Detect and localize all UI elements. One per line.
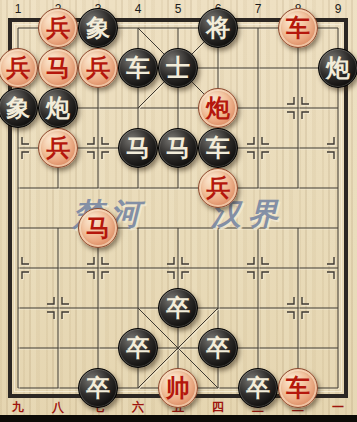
- board-point[interactable]: [238, 328, 278, 368]
- piece-black-cannon[interactable]: 炮: [38, 88, 78, 128]
- board-point[interactable]: [158, 208, 198, 248]
- piece-red-horse[interactable]: 马: [78, 208, 118, 248]
- piece-black-general[interactable]: 将: [198, 8, 238, 48]
- piece-red-horse[interactable]: 马: [38, 48, 78, 88]
- board-point[interactable]: 车: [198, 128, 238, 168]
- board-point[interactable]: [38, 248, 78, 288]
- board-point[interactable]: 卒: [238, 368, 278, 408]
- board-point[interactable]: [198, 208, 238, 248]
- board-point[interactable]: [0, 128, 38, 168]
- board-point[interactable]: [318, 88, 357, 128]
- board-point[interactable]: [238, 88, 278, 128]
- piece-red-chariot[interactable]: 车: [278, 8, 318, 48]
- board-point[interactable]: [238, 128, 278, 168]
- board-point[interactable]: [318, 8, 357, 48]
- board-point[interactable]: [38, 288, 78, 328]
- piece-black-elephant[interactable]: 象: [78, 8, 118, 48]
- board-point[interactable]: [278, 88, 318, 128]
- board-point[interactable]: [278, 48, 318, 88]
- board-point[interactable]: [158, 328, 198, 368]
- board-point[interactable]: [0, 8, 38, 48]
- board-point[interactable]: [198, 48, 238, 88]
- board-point[interactable]: 马: [38, 48, 78, 88]
- piece-black-horse[interactable]: 马: [158, 128, 198, 168]
- board-point[interactable]: 卒: [158, 288, 198, 328]
- board-point[interactable]: [238, 288, 278, 328]
- board-point[interactable]: [238, 8, 278, 48]
- board-point[interactable]: [118, 168, 158, 208]
- board-point[interactable]: [118, 208, 158, 248]
- board-point[interactable]: 将: [198, 8, 238, 48]
- board-point[interactable]: [158, 248, 198, 288]
- board-point[interactable]: 炮: [318, 48, 357, 88]
- board-point[interactable]: 卒: [118, 328, 158, 368]
- board-point[interactable]: [38, 368, 78, 408]
- board-point[interactable]: [38, 208, 78, 248]
- piece-black-soldier[interactable]: 卒: [78, 368, 118, 408]
- board-point[interactable]: 卒: [78, 368, 118, 408]
- xiangqi-board: 楚河楚河汉界汉界 123456789九八七六五四三二一 兵象将车兵马兵车士炮象炮…: [0, 0, 357, 422]
- board-point[interactable]: [238, 48, 278, 88]
- board-point[interactable]: [278, 208, 318, 248]
- board-point[interactable]: 车: [118, 48, 158, 88]
- board-point[interactable]: [158, 88, 198, 128]
- piece-black-horse[interactable]: 马: [118, 128, 158, 168]
- board-point[interactable]: 炮: [198, 88, 238, 128]
- board-grid: 兵象将车兵马兵车士炮象炮炮兵马马车兵马卒卒卒卒帅卒车: [0, 8, 357, 408]
- board-point[interactable]: [78, 328, 118, 368]
- piece-red-chariot[interactable]: 车: [278, 368, 318, 408]
- board-point[interactable]: [38, 168, 78, 208]
- board-point[interactable]: [318, 168, 357, 208]
- piece-red-soldier[interactable]: 兵: [198, 168, 238, 208]
- board-point[interactable]: 马: [158, 128, 198, 168]
- board-point[interactable]: [278, 168, 318, 208]
- piece-red-soldier[interactable]: 兵: [0, 48, 38, 88]
- board-point[interactable]: [318, 128, 357, 168]
- board-point[interactable]: [198, 368, 238, 408]
- piece-black-advisor[interactable]: 士: [158, 48, 198, 88]
- board-point[interactable]: [118, 368, 158, 408]
- board-point[interactable]: [238, 248, 278, 288]
- board-point[interactable]: [78, 248, 118, 288]
- board-point[interactable]: 车: [278, 8, 318, 48]
- board-point[interactable]: 兵: [38, 128, 78, 168]
- piece-black-chariot[interactable]: 车: [198, 128, 238, 168]
- board-point[interactable]: [278, 128, 318, 168]
- board-point[interactable]: [0, 248, 38, 288]
- board-point[interactable]: [0, 328, 38, 368]
- bottom-edge-bar: [0, 415, 357, 422]
- board-point[interactable]: 卒: [198, 328, 238, 368]
- piece-black-chariot[interactable]: 车: [118, 48, 158, 88]
- piece-red-soldier[interactable]: 兵: [78, 48, 118, 88]
- piece-red-cannon[interactable]: 炮: [198, 88, 238, 128]
- piece-red-general[interactable]: 帅: [158, 368, 198, 408]
- board-point[interactable]: [198, 288, 238, 328]
- board-point[interactable]: [38, 328, 78, 368]
- board-point[interactable]: [278, 248, 318, 288]
- board-point[interactable]: [78, 88, 118, 128]
- board-point[interactable]: [118, 8, 158, 48]
- board-point[interactable]: 兵: [198, 168, 238, 208]
- board-point[interactable]: 车: [278, 368, 318, 408]
- board-point[interactable]: [318, 208, 357, 248]
- board-point[interactable]: 兵: [0, 48, 38, 88]
- board-point[interactable]: 马: [118, 128, 158, 168]
- board-point[interactable]: [0, 288, 38, 328]
- board-point[interactable]: 士: [158, 48, 198, 88]
- board-point[interactable]: [0, 368, 38, 408]
- board-point[interactable]: [198, 248, 238, 288]
- board-point[interactable]: [0, 168, 38, 208]
- piece-red-soldier[interactable]: 兵: [38, 8, 78, 48]
- board-point[interactable]: 兵: [78, 48, 118, 88]
- piece-black-soldier[interactable]: 卒: [158, 288, 198, 328]
- board-point[interactable]: [78, 288, 118, 328]
- piece-black-soldier[interactable]: 卒: [198, 328, 238, 368]
- board-point[interactable]: 马: [78, 208, 118, 248]
- board-point[interactable]: [238, 168, 278, 208]
- board-point[interactable]: [278, 288, 318, 328]
- board-point[interactable]: 象: [78, 8, 118, 48]
- piece-black-soldier[interactable]: 卒: [238, 368, 278, 408]
- board-point[interactable]: [0, 208, 38, 248]
- piece-red-soldier[interactable]: 兵: [38, 128, 78, 168]
- board-point[interactable]: [158, 168, 198, 208]
- board-point[interactable]: 兵: [38, 8, 78, 48]
- board-point[interactable]: [78, 128, 118, 168]
- board-point[interactable]: [318, 368, 357, 408]
- board-point[interactable]: 帅: [158, 368, 198, 408]
- piece-black-cannon[interactable]: 炮: [318, 48, 357, 88]
- board-point[interactable]: [238, 208, 278, 248]
- board-point[interactable]: [118, 88, 158, 128]
- board-point[interactable]: [318, 328, 357, 368]
- board-point[interactable]: [158, 8, 198, 48]
- board-point[interactable]: 象: [0, 88, 38, 128]
- board-point[interactable]: [318, 248, 357, 288]
- board-point[interactable]: [78, 168, 118, 208]
- board-point[interactable]: [318, 288, 357, 328]
- piece-black-elephant[interactable]: 象: [0, 88, 38, 128]
- board-point[interactable]: 炮: [38, 88, 78, 128]
- board-point[interactable]: [118, 288, 158, 328]
- board-point[interactable]: [278, 328, 318, 368]
- board-point[interactable]: [118, 248, 158, 288]
- piece-black-soldier[interactable]: 卒: [118, 328, 158, 368]
